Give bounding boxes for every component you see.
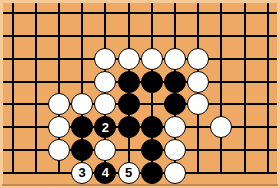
stone-white-c7r3 bbox=[141, 48, 163, 70]
stone-white-c8r3 bbox=[164, 48, 186, 70]
stone-white-c9r4 bbox=[187, 71, 209, 93]
move-number-5: 5 bbox=[125, 166, 132, 179]
stone-black-c7r6 bbox=[141, 116, 163, 138]
stone-white-c6r3 bbox=[118, 48, 140, 70]
stone-white-c3r7 bbox=[48, 139, 70, 161]
move-number-4: 4 bbox=[102, 166, 109, 179]
stone-black-c6r6 bbox=[118, 116, 140, 138]
move-number-2: 2 bbox=[102, 121, 109, 134]
stone-white-c3r6 bbox=[48, 116, 70, 138]
stone-black-c7r7 bbox=[141, 139, 163, 161]
stone-black-c8r4 bbox=[164, 71, 186, 93]
grid-line-horizontal-5 bbox=[3, 103, 277, 105]
stone-white-c8r6 bbox=[164, 116, 186, 138]
go-diagram-canvas: 2345 bbox=[0, 0, 280, 188]
stone-white-c8r7 bbox=[164, 139, 186, 161]
go-board[interactable] bbox=[3, 3, 277, 184]
stone-black-c6r4 bbox=[118, 71, 140, 93]
stone-white-c4r8: 3 bbox=[71, 162, 93, 184]
stone-white-c9r3 bbox=[187, 48, 209, 70]
stone-black-c6r5 bbox=[118, 93, 140, 115]
stone-white-c5r4 bbox=[94, 71, 116, 93]
stone-black-c7r4 bbox=[141, 71, 163, 93]
stone-black-c4r7 bbox=[71, 139, 93, 161]
stone-black-c5r8: 4 bbox=[94, 162, 116, 184]
stone-black-c7r8 bbox=[141, 162, 163, 184]
move-number-3: 3 bbox=[78, 166, 85, 179]
grid-line-horizontal-2 bbox=[3, 35, 277, 37]
stone-white-c6r8: 5 bbox=[118, 162, 140, 184]
grid-line-horizontal-1 bbox=[3, 12, 277, 14]
board-bottom-shadow bbox=[2, 184, 278, 186]
stone-white-c8r8 bbox=[164, 162, 186, 184]
